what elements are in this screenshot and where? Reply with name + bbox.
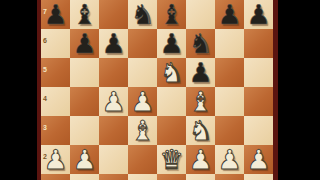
piece-black-pawn-c6[interactable]: ♟ [101, 29, 125, 58]
square-d3[interactable]: ♝ [128, 116, 157, 145]
piece-black-knight-f6[interactable]: ♞ [188, 29, 212, 58]
piece-white-pawn-g2[interactable]: ♟ [217, 145, 241, 174]
square-b4[interactable] [70, 87, 99, 116]
piece-black-bishop-b7[interactable]: ♝ [72, 0, 96, 29]
square-b1[interactable] [70, 174, 99, 180]
square-h6[interactable] [244, 29, 273, 58]
piece-black-pawn-h7[interactable]: ♟ [246, 0, 270, 29]
piece-black-pawn-f5[interactable]: ♟ [188, 58, 212, 87]
piece-black-pawn-e6[interactable]: ♟ [159, 29, 183, 58]
square-c6[interactable]: ♟ [99, 29, 128, 58]
square-g6[interactable] [215, 29, 244, 58]
square-b5[interactable] [70, 58, 99, 87]
piece-white-pawn-h2[interactable]: ♟ [246, 145, 270, 174]
piece-black-pawn-g7[interactable]: ♟ [217, 0, 241, 29]
square-e4[interactable] [157, 87, 186, 116]
square-c7[interactable] [99, 0, 128, 29]
square-a3[interactable]: 3 [41, 116, 70, 145]
square-c5[interactable] [99, 58, 128, 87]
rank-label-7: 7 [43, 8, 47, 15]
square-f7[interactable] [186, 0, 215, 29]
piece-white-knight-f3[interactable]: ♞ [188, 116, 212, 145]
square-a7[interactable]: 7♟ [41, 0, 70, 29]
rank-label-2: 2 [43, 153, 47, 160]
square-g4[interactable] [215, 87, 244, 116]
piece-white-pawn-c4[interactable]: ♟ [101, 87, 125, 116]
square-c3[interactable] [99, 116, 128, 145]
square-a5[interactable]: 5 [41, 58, 70, 87]
square-e3[interactable] [157, 116, 186, 145]
square-h4[interactable] [244, 87, 273, 116]
piece-black-pawn-b6[interactable]: ♟ [72, 29, 96, 58]
rank-label-6: 6 [43, 37, 47, 44]
square-f5[interactable]: ♟ [186, 58, 215, 87]
square-d5[interactable] [128, 58, 157, 87]
piece-black-knight-d7[interactable]: ♞ [130, 0, 154, 29]
square-b6[interactable]: ♟ [70, 29, 99, 58]
square-f3[interactable]: ♞ [186, 116, 215, 145]
square-h3[interactable] [244, 116, 273, 145]
piece-white-knight-e5[interactable]: ♞ [159, 58, 183, 87]
chess-board: 7♟♝♞♝♟♟6♟♟♟♞5♞♟4♟♟♝3♝♞2♟♟♛♟♟♟ [41, 0, 273, 180]
square-d7[interactable]: ♞ [128, 0, 157, 29]
piece-white-queen-e2[interactable]: ♛ [159, 145, 183, 174]
piece-white-pawn-d4[interactable]: ♟ [130, 87, 154, 116]
rank-label-4: 4 [43, 95, 47, 102]
square-a2[interactable]: 2♟ [41, 145, 70, 174]
square-a4[interactable]: 4 [41, 87, 70, 116]
square-g3[interactable] [215, 116, 244, 145]
square-a1[interactable] [41, 174, 70, 180]
square-a6[interactable]: 6 [41, 29, 70, 58]
square-f2[interactable]: ♟ [186, 145, 215, 174]
square-b2[interactable]: ♟ [70, 145, 99, 174]
rank-label-5: 5 [43, 66, 47, 73]
square-f4[interactable]: ♝ [186, 87, 215, 116]
piece-black-pawn-a7[interactable]: ♟ [43, 0, 67, 29]
square-c2[interactable] [99, 145, 128, 174]
piece-white-bishop-f4[interactable]: ♝ [188, 87, 212, 116]
piece-white-bishop-d3[interactable]: ♝ [130, 116, 154, 145]
square-e7[interactable]: ♝ [157, 0, 186, 29]
square-d6[interactable] [128, 29, 157, 58]
square-d2[interactable] [128, 145, 157, 174]
square-b3[interactable] [70, 116, 99, 145]
square-f1[interactable] [186, 174, 215, 180]
square-h5[interactable] [244, 58, 273, 87]
square-b7[interactable]: ♝ [70, 0, 99, 29]
square-g2[interactable]: ♟ [215, 145, 244, 174]
piece-white-pawn-a2[interactable]: ♟ [43, 145, 67, 174]
square-f6[interactable]: ♞ [186, 29, 215, 58]
square-c4[interactable]: ♟ [99, 87, 128, 116]
square-d1[interactable] [128, 174, 157, 180]
square-c1[interactable] [99, 174, 128, 180]
square-h7[interactable]: ♟ [244, 0, 273, 29]
square-e6[interactable]: ♟ [157, 29, 186, 58]
piece-white-pawn-f2[interactable]: ♟ [188, 145, 212, 174]
square-h1[interactable] [244, 174, 273, 180]
square-e2[interactable]: ♛ [157, 145, 186, 174]
square-g1[interactable] [215, 174, 244, 180]
piece-black-bishop-e7[interactable]: ♝ [159, 0, 183, 29]
square-g7[interactable]: ♟ [215, 0, 244, 29]
piece-white-pawn-b2[interactable]: ♟ [72, 145, 96, 174]
square-h2[interactable]: ♟ [244, 145, 273, 174]
square-e1[interactable] [157, 174, 186, 180]
square-e5[interactable]: ♞ [157, 58, 186, 87]
square-g5[interactable] [215, 58, 244, 87]
rank-label-3: 3 [43, 124, 47, 131]
square-d4[interactable]: ♟ [128, 87, 157, 116]
